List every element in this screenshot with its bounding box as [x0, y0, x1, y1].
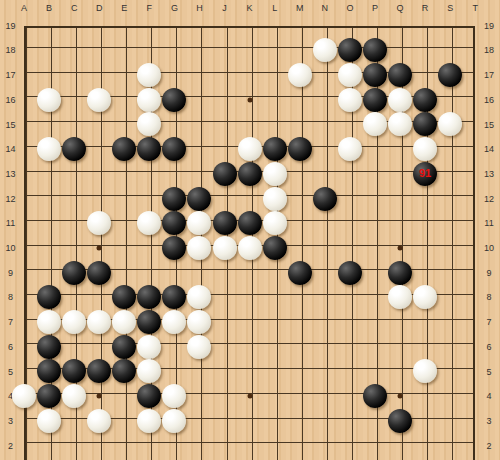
intersection-M14[interactable] [287, 137, 312, 162]
intersection-T7[interactable] [463, 310, 488, 335]
stone-black-Q9[interactable] [388, 261, 412, 285]
intersection-R6[interactable] [412, 334, 437, 359]
intersection-L10[interactable] [262, 236, 287, 261]
intersection-G3[interactable] [162, 408, 187, 433]
intersection-T12[interactable] [463, 186, 488, 211]
stone-white-B7[interactable] [37, 310, 61, 334]
intersection-J17[interactable] [212, 63, 237, 88]
intersection-P12[interactable] [362, 186, 387, 211]
intersection-L14[interactable] [262, 137, 287, 162]
stone-black-G14[interactable] [162, 137, 186, 161]
stone-black-M14[interactable] [288, 137, 312, 161]
intersection-N2[interactable] [312, 433, 337, 458]
intersection-O13[interactable] [337, 161, 362, 186]
intersection-H5[interactable] [187, 359, 212, 384]
intersection-M10[interactable] [287, 236, 312, 261]
intersection-C13[interactable] [62, 161, 87, 186]
intersection-S11[interactable] [438, 211, 463, 236]
intersection-F8[interactable] [137, 285, 162, 310]
stone-black-G10[interactable] [162, 236, 186, 260]
intersection-E19[interactable] [112, 13, 137, 38]
intersection-C8[interactable] [62, 285, 87, 310]
intersection-O2[interactable] [337, 433, 362, 458]
intersection-C4[interactable] [62, 384, 87, 409]
stone-black-C5[interactable] [62, 359, 86, 383]
stone-black-H12[interactable] [187, 187, 211, 211]
intersection-A18[interactable] [11, 38, 36, 63]
intersection-A6[interactable] [11, 334, 36, 359]
intersection-F9[interactable] [137, 260, 162, 285]
intersection-S18[interactable] [438, 38, 463, 63]
stone-white-B3[interactable] [37, 409, 61, 433]
stone-white-M17[interactable] [288, 63, 312, 87]
intersection-N9[interactable] [312, 260, 337, 285]
intersection-D7[interactable] [87, 310, 112, 335]
intersection-L15[interactable] [262, 112, 287, 137]
intersection-P5[interactable] [362, 359, 387, 384]
stone-black-G8[interactable] [162, 285, 186, 309]
intersection-C9[interactable] [62, 260, 87, 285]
intersection-B4[interactable] [37, 384, 62, 409]
stone-white-E7[interactable] [112, 310, 136, 334]
intersection-L7[interactable] [262, 310, 287, 335]
intersection-G11[interactable] [162, 211, 187, 236]
intersection-C10[interactable] [62, 236, 87, 261]
intersection-H10[interactable] [187, 236, 212, 261]
stone-black-F8[interactable] [137, 285, 161, 309]
intersection-B18[interactable] [37, 38, 62, 63]
intersection-H2[interactable] [187, 433, 212, 458]
intersection-D4[interactable] [87, 384, 112, 409]
intersection-E15[interactable] [112, 112, 137, 137]
intersection-F17[interactable] [137, 63, 162, 88]
intersection-E16[interactable] [112, 87, 137, 112]
intersection-B6[interactable] [37, 334, 62, 359]
stone-white-G3[interactable] [162, 409, 186, 433]
intersection-G7[interactable] [162, 310, 187, 335]
intersection-K6[interactable] [237, 334, 262, 359]
stone-white-F15[interactable] [137, 112, 161, 136]
intersection-N10[interactable] [312, 236, 337, 261]
stone-black-B6[interactable] [37, 335, 61, 359]
intersection-T19[interactable] [463, 13, 488, 38]
stone-black-F14[interactable] [137, 137, 161, 161]
intersection-N8[interactable] [312, 285, 337, 310]
intersection-R17[interactable] [412, 63, 437, 88]
intersection-K4[interactable] [237, 384, 262, 409]
stone-white-G7[interactable] [162, 310, 186, 334]
intersection-P11[interactable] [362, 211, 387, 236]
intersection-P10[interactable] [362, 236, 387, 261]
intersection-C17[interactable] [62, 63, 87, 88]
intersection-J9[interactable] [212, 260, 237, 285]
intersection-M15[interactable] [287, 112, 312, 137]
intersection-H6[interactable] [187, 334, 212, 359]
intersection-N5[interactable] [312, 359, 337, 384]
intersection-A3[interactable] [11, 408, 36, 433]
stone-black-P4[interactable] [363, 384, 387, 408]
intersection-S4[interactable] [438, 384, 463, 409]
intersection-P13[interactable] [362, 161, 387, 186]
intersection-J5[interactable] [212, 359, 237, 384]
intersection-K5[interactable] [237, 359, 262, 384]
intersection-H4[interactable] [187, 384, 212, 409]
intersection-B10[interactable] [37, 236, 62, 261]
intersection-M12[interactable] [287, 186, 312, 211]
intersection-S10[interactable] [438, 236, 463, 261]
intersection-F11[interactable] [137, 211, 162, 236]
intersection-E7[interactable] [112, 310, 137, 335]
intersection-P14[interactable] [362, 137, 387, 162]
stone-white-C7[interactable] [62, 310, 86, 334]
intersection-O16[interactable] [337, 87, 362, 112]
intersection-B17[interactable] [37, 63, 62, 88]
intersection-A8[interactable] [11, 285, 36, 310]
intersection-N18[interactable] [312, 38, 337, 63]
stone-black-K13[interactable] [238, 162, 262, 186]
intersection-R18[interactable] [412, 38, 437, 63]
intersection-S2[interactable] [438, 433, 463, 458]
stone-black-B4[interactable] [37, 384, 61, 408]
intersection-R10[interactable] [412, 236, 437, 261]
stone-black-G11[interactable] [162, 211, 186, 235]
intersection-K16[interactable] [237, 87, 262, 112]
intersection-J14[interactable] [212, 137, 237, 162]
stone-black-O9[interactable] [338, 261, 362, 285]
stone-black-B5[interactable] [37, 359, 61, 383]
intersection-C14[interactable] [62, 137, 87, 162]
intersection-L5[interactable] [262, 359, 287, 384]
intersection-L16[interactable] [262, 87, 287, 112]
intersection-S12[interactable] [438, 186, 463, 211]
stone-white-R14[interactable] [413, 137, 437, 161]
intersection-K17[interactable] [237, 63, 262, 88]
intersection-J2[interactable] [212, 433, 237, 458]
stone-white-P15[interactable] [363, 112, 387, 136]
intersection-E10[interactable] [112, 236, 137, 261]
intersection-M17[interactable] [287, 63, 312, 88]
intersection-A15[interactable] [11, 112, 36, 137]
intersection-K3[interactable] [237, 408, 262, 433]
intersection-O17[interactable] [337, 63, 362, 88]
stone-white-H7[interactable] [187, 310, 211, 334]
intersection-D12[interactable] [87, 186, 112, 211]
intersection-F3[interactable] [137, 408, 162, 433]
intersection-Q13[interactable] [387, 161, 412, 186]
intersection-A5[interactable] [11, 359, 36, 384]
stone-white-D3[interactable] [87, 409, 111, 433]
intersection-F13[interactable] [137, 161, 162, 186]
intersection-K12[interactable] [237, 186, 262, 211]
intersection-D2[interactable] [87, 433, 112, 458]
intersection-F4[interactable] [137, 384, 162, 409]
intersection-Q3[interactable] [387, 408, 412, 433]
intersection-S3[interactable] [438, 408, 463, 433]
intersection-P3[interactable] [362, 408, 387, 433]
stone-black-F7[interactable] [137, 310, 161, 334]
intersection-R7[interactable] [412, 310, 437, 335]
intersection-A9[interactable] [11, 260, 36, 285]
intersection-R12[interactable] [412, 186, 437, 211]
intersection-P19[interactable] [362, 13, 387, 38]
stone-white-F6[interactable] [137, 335, 161, 359]
stone-black-C9[interactable] [62, 261, 86, 285]
stone-white-L11[interactable] [263, 211, 287, 235]
intersection-T5[interactable] [463, 359, 488, 384]
intersection-D15[interactable] [87, 112, 112, 137]
intersection-A2[interactable] [11, 433, 36, 458]
intersection-S15[interactable] [438, 112, 463, 137]
intersection-F14[interactable] [137, 137, 162, 162]
stone-white-D16[interactable] [87, 88, 111, 112]
stone-black-R16[interactable] [413, 88, 437, 112]
intersection-P2[interactable] [362, 433, 387, 458]
intersection-T6[interactable] [463, 334, 488, 359]
intersection-H11[interactable] [187, 211, 212, 236]
intersection-L19[interactable] [262, 13, 287, 38]
intersection-A16[interactable] [11, 87, 36, 112]
stone-black-G12[interactable] [162, 187, 186, 211]
intersection-G8[interactable] [162, 285, 187, 310]
intersection-G15[interactable] [162, 112, 187, 137]
stone-white-A4[interactable] [12, 384, 36, 408]
intersection-Q14[interactable] [387, 137, 412, 162]
intersection-R4[interactable] [412, 384, 437, 409]
intersection-S16[interactable] [438, 87, 463, 112]
intersection-E9[interactable] [112, 260, 137, 285]
intersection-M2[interactable] [287, 433, 312, 458]
intersection-S5[interactable] [438, 359, 463, 384]
intersection-T17[interactable] [463, 63, 488, 88]
intersection-E3[interactable] [112, 408, 137, 433]
intersection-A14[interactable] [11, 137, 36, 162]
intersection-K9[interactable] [237, 260, 262, 285]
intersection-G16[interactable] [162, 87, 187, 112]
intersection-P9[interactable] [362, 260, 387, 285]
intersection-H15[interactable] [187, 112, 212, 137]
intersection-B9[interactable] [37, 260, 62, 285]
stone-black-K11[interactable] [238, 211, 262, 235]
intersection-B15[interactable] [37, 112, 62, 137]
intersection-N15[interactable] [312, 112, 337, 137]
intersection-N19[interactable] [312, 13, 337, 38]
stone-white-G4[interactable] [162, 384, 186, 408]
stone-black-J13[interactable] [213, 162, 237, 186]
intersection-M8[interactable] [287, 285, 312, 310]
stone-white-C4[interactable] [62, 384, 86, 408]
intersection-Q5[interactable] [387, 359, 412, 384]
intersection-Q17[interactable] [387, 63, 412, 88]
intersection-C3[interactable] [62, 408, 87, 433]
intersection-K14[interactable] [237, 137, 262, 162]
intersection-B11[interactable] [37, 211, 62, 236]
intersection-G2[interactable] [162, 433, 187, 458]
intersection-C6[interactable] [62, 334, 87, 359]
intersection-J10[interactable] [212, 236, 237, 261]
intersection-G14[interactable] [162, 137, 187, 162]
intersection-T11[interactable] [463, 211, 488, 236]
intersection-N17[interactable] [312, 63, 337, 88]
intersection-P17[interactable] [362, 63, 387, 88]
intersection-H17[interactable] [187, 63, 212, 88]
intersection-T14[interactable] [463, 137, 488, 162]
intersection-A7[interactable] [11, 310, 36, 335]
stone-white-R5[interactable] [413, 359, 437, 383]
intersection-Q10[interactable] [387, 236, 412, 261]
intersection-C2[interactable] [62, 433, 87, 458]
intersection-H14[interactable] [187, 137, 212, 162]
intersection-S7[interactable] [438, 310, 463, 335]
stone-white-B14[interactable] [37, 137, 61, 161]
intersection-A13[interactable] [11, 161, 36, 186]
stone-black-C14[interactable] [62, 137, 86, 161]
stone-white-F3[interactable] [137, 409, 161, 433]
intersection-E14[interactable] [112, 137, 137, 162]
intersection-E8[interactable] [112, 285, 137, 310]
intersection-O19[interactable] [337, 13, 362, 38]
stone-black-F4[interactable] [137, 384, 161, 408]
intersection-Q6[interactable] [387, 334, 412, 359]
intersection-D19[interactable] [87, 13, 112, 38]
intersection-M6[interactable] [287, 334, 312, 359]
intersection-L9[interactable] [262, 260, 287, 285]
intersection-O14[interactable] [337, 137, 362, 162]
intersection-E5[interactable] [112, 359, 137, 384]
intersection-L3[interactable] [262, 408, 287, 433]
intersection-Q19[interactable] [387, 13, 412, 38]
stone-black-N12[interactable] [313, 187, 337, 211]
intersection-M18[interactable] [287, 38, 312, 63]
intersection-R15[interactable] [412, 112, 437, 137]
intersection-H8[interactable] [187, 285, 212, 310]
intersection-R2[interactable] [412, 433, 437, 458]
intersection-J18[interactable] [212, 38, 237, 63]
intersection-D5[interactable] [87, 359, 112, 384]
intersection-K13[interactable] [237, 161, 262, 186]
intersection-M3[interactable] [287, 408, 312, 433]
intersection-D16[interactable] [87, 87, 112, 112]
intersection-N13[interactable] [312, 161, 337, 186]
intersection-G13[interactable] [162, 161, 187, 186]
intersection-T16[interactable] [463, 87, 488, 112]
intersection-R8[interactable] [412, 285, 437, 310]
intersection-O6[interactable] [337, 334, 362, 359]
stone-black-Q17[interactable] [388, 63, 412, 87]
intersection-R9[interactable] [412, 260, 437, 285]
intersection-D3[interactable] [87, 408, 112, 433]
intersection-O9[interactable] [337, 260, 362, 285]
intersection-F15[interactable] [137, 112, 162, 137]
intersection-F16[interactable] [137, 87, 162, 112]
intersection-K19[interactable] [237, 13, 262, 38]
intersection-Q16[interactable] [387, 87, 412, 112]
intersection-F19[interactable] [137, 13, 162, 38]
intersection-P6[interactable] [362, 334, 387, 359]
intersection-R11[interactable] [412, 211, 437, 236]
intersection-M11[interactable] [287, 211, 312, 236]
intersection-N14[interactable] [312, 137, 337, 162]
intersection-K2[interactable] [237, 433, 262, 458]
stone-white-F11[interactable] [137, 211, 161, 235]
intersection-S8[interactable] [438, 285, 463, 310]
stone-black-P16[interactable] [363, 88, 387, 112]
intersection-O8[interactable] [337, 285, 362, 310]
intersection-G4[interactable] [162, 384, 187, 409]
intersection-F12[interactable] [137, 186, 162, 211]
intersection-C15[interactable] [62, 112, 87, 137]
intersection-N4[interactable] [312, 384, 337, 409]
intersection-C19[interactable] [62, 13, 87, 38]
intersection-Q8[interactable] [387, 285, 412, 310]
intersection-K8[interactable] [237, 285, 262, 310]
intersection-R16[interactable] [412, 87, 437, 112]
intersection-E6[interactable] [112, 334, 137, 359]
intersection-R13[interactable]: 91 [412, 161, 437, 186]
intersection-E17[interactable] [112, 63, 137, 88]
intersection-K18[interactable] [237, 38, 262, 63]
stone-white-O16[interactable] [338, 88, 362, 112]
intersection-Q4[interactable] [387, 384, 412, 409]
intersection-N7[interactable] [312, 310, 337, 335]
intersection-R5[interactable] [412, 359, 437, 384]
intersection-T3[interactable] [463, 408, 488, 433]
stone-white-F5[interactable] [137, 359, 161, 383]
stone-white-Q8[interactable] [388, 285, 412, 309]
intersection-E13[interactable] [112, 161, 137, 186]
stone-white-K10[interactable] [238, 236, 262, 260]
intersection-K7[interactable] [237, 310, 262, 335]
intersection-P18[interactable] [362, 38, 387, 63]
intersection-G9[interactable] [162, 260, 187, 285]
intersection-Q2[interactable] [387, 433, 412, 458]
intersection-T9[interactable] [463, 260, 488, 285]
intersection-Q9[interactable] [387, 260, 412, 285]
stone-black-Q3[interactable] [388, 409, 412, 433]
stone-black-M9[interactable] [288, 261, 312, 285]
stone-white-H6[interactable] [187, 335, 211, 359]
intersection-J6[interactable] [212, 334, 237, 359]
intersection-O11[interactable] [337, 211, 362, 236]
intersection-A4[interactable] [11, 384, 36, 409]
intersection-G19[interactable] [162, 13, 187, 38]
intersection-L8[interactable] [262, 285, 287, 310]
stone-white-D7[interactable] [87, 310, 111, 334]
intersection-D11[interactable] [87, 211, 112, 236]
intersection-O18[interactable] [337, 38, 362, 63]
intersection-H3[interactable] [187, 408, 212, 433]
stone-white-H8[interactable] [187, 285, 211, 309]
intersection-G10[interactable] [162, 236, 187, 261]
intersection-P8[interactable] [362, 285, 387, 310]
stone-white-R8[interactable] [413, 285, 437, 309]
stone-black-E6[interactable] [112, 335, 136, 359]
intersection-B5[interactable] [37, 359, 62, 384]
stone-white-H11[interactable] [187, 211, 211, 235]
intersection-L11[interactable] [262, 211, 287, 236]
intersection-C16[interactable] [62, 87, 87, 112]
intersection-T2[interactable] [463, 433, 488, 458]
intersection-M5[interactable] [287, 359, 312, 384]
intersection-C11[interactable] [62, 211, 87, 236]
intersection-J7[interactable] [212, 310, 237, 335]
intersection-K15[interactable] [237, 112, 262, 137]
intersection-A19[interactable] [11, 13, 36, 38]
intersection-N12[interactable] [312, 186, 337, 211]
intersection-S19[interactable] [438, 13, 463, 38]
intersection-Q18[interactable] [387, 38, 412, 63]
stone-white-O14[interactable] [338, 137, 362, 161]
intersection-L18[interactable] [262, 38, 287, 63]
